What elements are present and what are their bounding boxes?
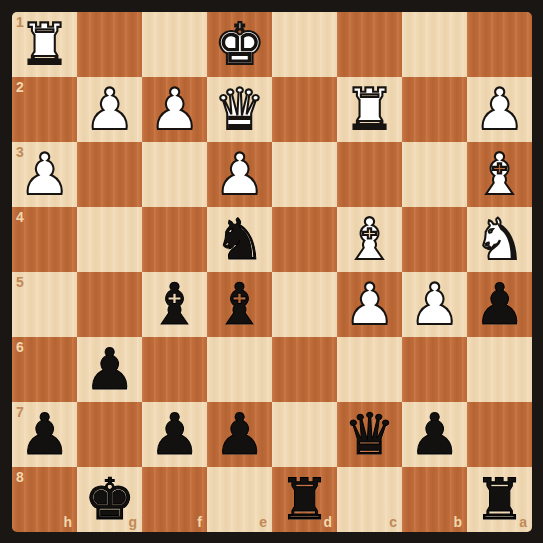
square-h5[interactable]: 5 bbox=[12, 272, 77, 337]
black-pawn-e7[interactable]: ♟ bbox=[214, 402, 265, 467]
black-queen-c7[interactable]: ♛ bbox=[344, 402, 395, 467]
square-e4[interactable]: ♞ bbox=[207, 207, 272, 272]
black-knight-e4[interactable]: ♞ bbox=[214, 207, 265, 272]
square-a2[interactable]: ♟ bbox=[467, 77, 532, 142]
white-bishop-a3[interactable]: ♝ bbox=[474, 142, 525, 207]
square-g1[interactable] bbox=[77, 12, 142, 77]
square-g6[interactable]: ♟ bbox=[77, 337, 142, 402]
white-pawn-g2[interactable]: ♟ bbox=[84, 77, 135, 142]
square-d7[interactable] bbox=[272, 402, 337, 467]
square-b6[interactable] bbox=[402, 337, 467, 402]
square-h4[interactable]: 4 bbox=[12, 207, 77, 272]
square-a7[interactable] bbox=[467, 402, 532, 467]
file-label-e: e bbox=[259, 515, 267, 529]
square-h8[interactable]: 8h bbox=[12, 467, 77, 532]
square-c1[interactable] bbox=[337, 12, 402, 77]
board-frame: 1♜♚2♟♟♛♜♟3♟♟♝4♞♝♞5♝♝♟♟♟6♟7♟♟♟♛♟8hg♚fed♜c… bbox=[0, 0, 543, 543]
square-e1[interactable]: ♚ bbox=[207, 12, 272, 77]
square-g2[interactable]: ♟ bbox=[77, 77, 142, 142]
square-b7[interactable]: ♟ bbox=[402, 402, 467, 467]
square-h7[interactable]: 7♟ bbox=[12, 402, 77, 467]
square-g5[interactable] bbox=[77, 272, 142, 337]
square-e7[interactable]: ♟ bbox=[207, 402, 272, 467]
square-f8[interactable]: f bbox=[142, 467, 207, 532]
square-d6[interactable] bbox=[272, 337, 337, 402]
square-h2[interactable]: 2 bbox=[12, 77, 77, 142]
square-c6[interactable] bbox=[337, 337, 402, 402]
square-d8[interactable]: d♜ bbox=[272, 467, 337, 532]
white-pawn-f2[interactable]: ♟ bbox=[149, 77, 200, 142]
square-h6[interactable]: 6 bbox=[12, 337, 77, 402]
square-b1[interactable] bbox=[402, 12, 467, 77]
square-d2[interactable] bbox=[272, 77, 337, 142]
black-pawn-g6[interactable]: ♟ bbox=[84, 337, 135, 402]
square-h3[interactable]: 3♟ bbox=[12, 142, 77, 207]
square-f5[interactable]: ♝ bbox=[142, 272, 207, 337]
black-rook-d8[interactable]: ♜ bbox=[279, 467, 330, 532]
square-f1[interactable] bbox=[142, 12, 207, 77]
square-b8[interactable]: b bbox=[402, 467, 467, 532]
square-g3[interactable] bbox=[77, 142, 142, 207]
white-bishop-c4[interactable]: ♝ bbox=[344, 207, 395, 272]
square-e6[interactable] bbox=[207, 337, 272, 402]
square-g4[interactable] bbox=[77, 207, 142, 272]
square-c5[interactable]: ♟ bbox=[337, 272, 402, 337]
square-b4[interactable] bbox=[402, 207, 467, 272]
black-pawn-h7[interactable]: ♟ bbox=[19, 402, 70, 467]
square-a3[interactable]: ♝ bbox=[467, 142, 532, 207]
white-rook-h1[interactable]: ♜ bbox=[19, 12, 70, 77]
square-b2[interactable] bbox=[402, 77, 467, 142]
square-c8[interactable]: c bbox=[337, 467, 402, 532]
square-c7[interactable]: ♛ bbox=[337, 402, 402, 467]
square-f7[interactable]: ♟ bbox=[142, 402, 207, 467]
white-queen-e2[interactable]: ♛ bbox=[214, 77, 265, 142]
white-pawn-a2[interactable]: ♟ bbox=[474, 77, 525, 142]
white-rook-c2[interactable]: ♜ bbox=[344, 77, 395, 142]
black-pawn-f7[interactable]: ♟ bbox=[149, 402, 200, 467]
square-d4[interactable] bbox=[272, 207, 337, 272]
square-f2[interactable]: ♟ bbox=[142, 77, 207, 142]
square-h1[interactable]: 1♜ bbox=[12, 12, 77, 77]
square-f6[interactable] bbox=[142, 337, 207, 402]
white-king-e1[interactable]: ♚ bbox=[214, 12, 265, 77]
white-pawn-b5[interactable]: ♟ bbox=[409, 272, 460, 337]
rank-label-2: 2 bbox=[16, 80, 24, 94]
file-label-h: h bbox=[63, 515, 72, 529]
file-label-c: c bbox=[389, 515, 397, 529]
square-b3[interactable] bbox=[402, 142, 467, 207]
square-c3[interactable] bbox=[337, 142, 402, 207]
square-a4[interactable]: ♞ bbox=[467, 207, 532, 272]
square-a8[interactable]: a♜ bbox=[467, 467, 532, 532]
square-f3[interactable] bbox=[142, 142, 207, 207]
white-pawn-h3[interactable]: ♟ bbox=[19, 142, 70, 207]
square-e5[interactable]: ♝ bbox=[207, 272, 272, 337]
rank-label-4: 4 bbox=[16, 210, 24, 224]
square-c4[interactable]: ♝ bbox=[337, 207, 402, 272]
square-g8[interactable]: g♚ bbox=[77, 467, 142, 532]
square-e3[interactable]: ♟ bbox=[207, 142, 272, 207]
square-a5[interactable]: ♟ bbox=[467, 272, 532, 337]
black-pawn-a5[interactable]: ♟ bbox=[474, 272, 525, 337]
square-a6[interactable] bbox=[467, 337, 532, 402]
black-king-g8[interactable]: ♚ bbox=[84, 467, 135, 532]
file-label-b: b bbox=[453, 515, 462, 529]
black-pawn-b7[interactable]: ♟ bbox=[409, 402, 460, 467]
square-d3[interactable] bbox=[272, 142, 337, 207]
white-knight-a4[interactable]: ♞ bbox=[474, 207, 525, 272]
square-e8[interactable]: e bbox=[207, 467, 272, 532]
rank-label-5: 5 bbox=[16, 275, 24, 289]
square-g7[interactable] bbox=[77, 402, 142, 467]
chess-board: 1♜♚2♟♟♛♜♟3♟♟♝4♞♝♞5♝♝♟♟♟6♟7♟♟♟♛♟8hg♚fed♜c… bbox=[12, 12, 532, 532]
square-f4[interactable] bbox=[142, 207, 207, 272]
white-pawn-c5[interactable]: ♟ bbox=[344, 272, 395, 337]
square-d1[interactable] bbox=[272, 12, 337, 77]
square-d5[interactable] bbox=[272, 272, 337, 337]
rank-label-8: 8 bbox=[16, 470, 24, 484]
square-a1[interactable] bbox=[467, 12, 532, 77]
square-c2[interactable]: ♜ bbox=[337, 77, 402, 142]
rank-label-6: 6 bbox=[16, 340, 24, 354]
square-e2[interactable]: ♛ bbox=[207, 77, 272, 142]
black-bishop-e5[interactable]: ♝ bbox=[214, 272, 265, 337]
file-label-f: f bbox=[197, 515, 202, 529]
square-b5[interactable]: ♟ bbox=[402, 272, 467, 337]
black-rook-a8[interactable]: ♜ bbox=[474, 467, 525, 532]
white-pawn-e3[interactable]: ♟ bbox=[214, 142, 265, 207]
black-bishop-f5[interactable]: ♝ bbox=[149, 272, 200, 337]
